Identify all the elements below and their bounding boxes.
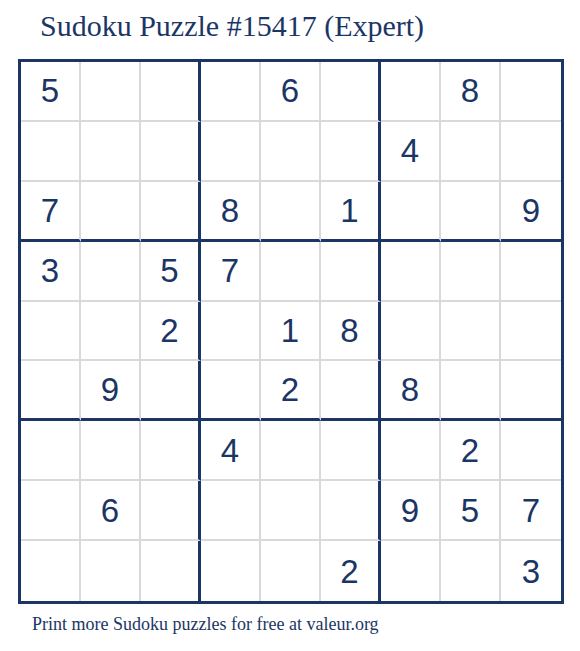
cell-r1c9-empty <box>501 62 561 122</box>
cell-r5c3-given: 2 <box>141 302 201 362</box>
cell-r1c8-given: 8 <box>441 62 501 122</box>
cell-r5c4-empty <box>201 302 261 362</box>
cell-r4c9-empty <box>501 242 561 302</box>
cell-r6c8-empty <box>441 361 501 421</box>
footer-text: Print more Sudoku puzzles for free at va… <box>32 614 379 635</box>
cell-r7c8-given: 2 <box>441 421 501 481</box>
cell-r9c1-empty <box>21 541 81 601</box>
cell-r9c2-empty <box>81 541 141 601</box>
cell-r5c5-given: 1 <box>261 302 321 362</box>
cell-r4c3-given: 5 <box>141 242 201 302</box>
cell-r2c7-given: 4 <box>381 122 441 182</box>
cell-r3c9-given: 9 <box>501 182 561 242</box>
cell-r5c1-empty <box>21 302 81 362</box>
cell-r9c5-empty <box>261 541 321 601</box>
cell-r3c6-given: 1 <box>321 182 381 242</box>
cell-r4c2-empty <box>81 242 141 302</box>
cell-r9c8-empty <box>441 541 501 601</box>
cell-r1c7-empty <box>381 62 441 122</box>
cell-r9c4-empty <box>201 541 261 601</box>
cell-r5c6-given: 8 <box>321 302 381 362</box>
cell-r2c6-empty <box>321 122 381 182</box>
cell-r6c5-given: 2 <box>261 361 321 421</box>
cell-r6c2-given: 9 <box>81 361 141 421</box>
cell-r3c4-given: 8 <box>201 182 261 242</box>
cell-r7c1-empty <box>21 421 81 481</box>
cell-r9c7-empty <box>381 541 441 601</box>
cell-r6c3-empty <box>141 361 201 421</box>
cell-r2c9-empty <box>501 122 561 182</box>
cell-r7c6-empty <box>321 421 381 481</box>
cell-r8c5-empty <box>261 481 321 541</box>
cell-r4c8-empty <box>441 242 501 302</box>
cell-r7c3-empty <box>141 421 201 481</box>
cell-r8c3-empty <box>141 481 201 541</box>
cell-r8c8-given: 5 <box>441 481 501 541</box>
sudoku-board: 5684781935721892842695723 <box>18 59 564 604</box>
cell-r2c4-empty <box>201 122 261 182</box>
cell-r2c3-empty <box>141 122 201 182</box>
cell-r1c6-empty <box>321 62 381 122</box>
cell-r3c2-empty <box>81 182 141 242</box>
cell-r8c1-empty <box>21 481 81 541</box>
cell-r2c8-empty <box>441 122 501 182</box>
cell-r1c1-given: 5 <box>21 62 81 122</box>
cell-r6c7-given: 8 <box>381 361 441 421</box>
cell-r5c2-empty <box>81 302 141 362</box>
cell-r6c4-empty <box>201 361 261 421</box>
cell-r1c3-empty <box>141 62 201 122</box>
cell-r4c7-empty <box>381 242 441 302</box>
cell-r1c4-empty <box>201 62 261 122</box>
cell-r7c9-empty <box>501 421 561 481</box>
cell-r3c1-given: 7 <box>21 182 81 242</box>
page-title: Sudoku Puzzle #15417 (Expert) <box>40 9 424 43</box>
cell-r9c9-given: 3 <box>501 541 561 601</box>
cell-r4c4-given: 7 <box>201 242 261 302</box>
cell-r9c6-given: 2 <box>321 541 381 601</box>
cell-r7c5-empty <box>261 421 321 481</box>
cell-r9c3-empty <box>141 541 201 601</box>
cell-r6c6-empty <box>321 361 381 421</box>
cell-r8c9-given: 7 <box>501 481 561 541</box>
cell-r8c2-given: 6 <box>81 481 141 541</box>
cell-r2c5-empty <box>261 122 321 182</box>
cell-r7c4-given: 4 <box>201 421 261 481</box>
cell-r6c9-empty <box>501 361 561 421</box>
cell-r2c2-empty <box>81 122 141 182</box>
cell-r8c7-given: 9 <box>381 481 441 541</box>
cell-r3c3-empty <box>141 182 201 242</box>
cell-r5c8-empty <box>441 302 501 362</box>
cell-r4c5-empty <box>261 242 321 302</box>
cell-r6c1-empty <box>21 361 81 421</box>
cell-r3c5-empty <box>261 182 321 242</box>
cell-r7c7-empty <box>381 421 441 481</box>
cell-r5c9-empty <box>501 302 561 362</box>
cell-r3c7-empty <box>381 182 441 242</box>
cell-r1c2-empty <box>81 62 141 122</box>
cell-r7c2-empty <box>81 421 141 481</box>
cell-r3c8-empty <box>441 182 501 242</box>
cell-r5c7-empty <box>381 302 441 362</box>
cell-r8c4-empty <box>201 481 261 541</box>
cell-r4c1-given: 3 <box>21 242 81 302</box>
cell-r4c6-empty <box>321 242 381 302</box>
cell-r8c6-empty <box>321 481 381 541</box>
cell-r2c1-empty <box>21 122 81 182</box>
cell-r1c5-given: 6 <box>261 62 321 122</box>
